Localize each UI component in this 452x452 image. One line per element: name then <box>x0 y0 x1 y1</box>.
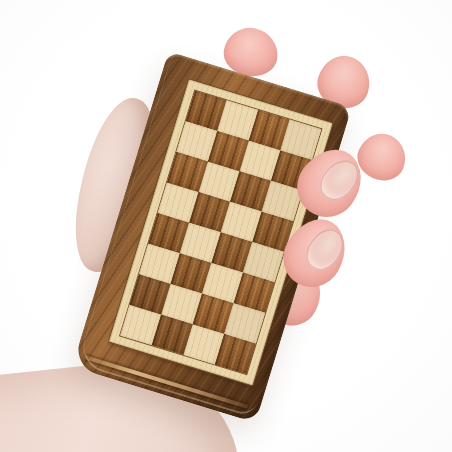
fingernail-lower <box>299 222 350 276</box>
photo-scene <box>0 0 452 452</box>
checkerboard-grid <box>119 89 323 375</box>
